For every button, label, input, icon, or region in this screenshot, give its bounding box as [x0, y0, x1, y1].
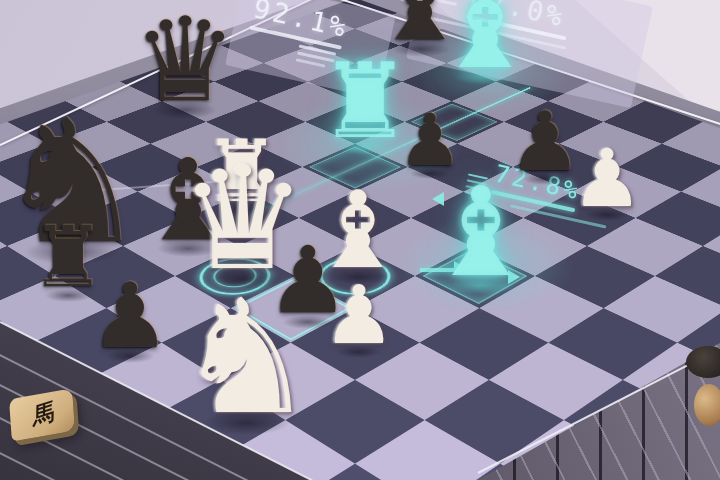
white-pawn-f8[interactable]: ♟ — [571, 143, 643, 214]
plaque-glyph: 馬 — [28, 396, 56, 433]
white-pawn-f3[interactable]: ♟ — [323, 279, 396, 351]
piece-shadow — [203, 411, 290, 435]
piece-shadow — [337, 346, 382, 358]
pawn-glyph: ♟ — [571, 143, 643, 214]
square-g4[interactable] — [419, 308, 548, 380]
piece-shadow — [336, 139, 394, 155]
black-pawn-d1[interactable]: ♟ — [90, 276, 171, 356]
piece-shadow — [454, 68, 516, 85]
bishop-glyph: ♝ — [426, 178, 536, 288]
black-queen-a5[interactable]: ♛ — [133, 8, 237, 112]
hologram-bishop-f5[interactable]: ♝ — [426, 178, 536, 288]
pawn-glyph: ♟ — [90, 276, 171, 356]
piece-shadow — [447, 276, 515, 295]
pawn-glyph: ♟ — [323, 279, 396, 351]
chess-scene: 馬 ♝♝♛♟♟♜♟♜♝♞♝♛♝♟♜♟♟♞ 92.1% 67.0% — [0, 0, 720, 480]
square-h7[interactable] — [655, 246, 720, 308]
white-knight-f1[interactable]: ♞ — [175, 287, 317, 428]
side-knob — [694, 384, 720, 426]
square-h6[interactable] — [604, 276, 720, 343]
piece-shadow — [105, 349, 155, 363]
queen-glyph: ♛ — [133, 8, 237, 112]
piece-shadow — [585, 209, 629, 221]
piece-shadow — [153, 101, 217, 119]
piece-shadow — [45, 289, 92, 302]
knight-glyph: ♞ — [175, 287, 317, 428]
bishop-glyph: ♝ — [435, 0, 535, 78]
hologram-bishop-c8[interactable]: ♝ — [435, 0, 535, 78]
